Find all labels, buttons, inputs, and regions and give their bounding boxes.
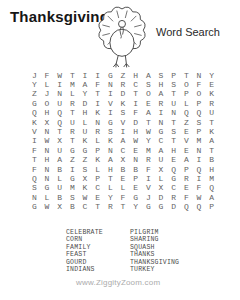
grid-cell: R xyxy=(142,156,155,165)
grid-cell: I xyxy=(53,80,66,89)
grid-cell: G xyxy=(79,146,92,155)
grid-cell: K xyxy=(205,127,218,136)
grid-cell: K xyxy=(117,99,130,108)
grid-cell: J xyxy=(28,71,41,80)
grid-cell: D xyxy=(167,203,180,212)
grid-cell: T xyxy=(205,118,218,127)
grid-cell: Y xyxy=(104,193,117,202)
grid-cell: C xyxy=(79,203,92,212)
grid-cell: Q xyxy=(193,109,206,118)
grid-cell: Z xyxy=(28,90,41,99)
grid-cell: Q xyxy=(28,109,41,118)
grid-cell: L xyxy=(91,165,104,174)
grid-cell: R xyxy=(155,99,168,108)
grid-cell: H xyxy=(205,165,218,174)
grid-cell: I xyxy=(129,99,142,108)
grid-cell: G xyxy=(129,193,142,202)
grid-cell: H xyxy=(167,146,180,155)
grid-cell: B xyxy=(205,156,218,165)
grid-cell: V xyxy=(104,99,117,108)
word-item: THANKSGIVING xyxy=(130,259,179,266)
puzzle-page: Thanksgiving Word Search xyxy=(0,0,240,300)
word-item: GOURD xyxy=(66,259,103,266)
grid-cell: G xyxy=(104,118,117,127)
word-item: THANKS xyxy=(130,251,179,258)
word-item: FAMILY xyxy=(66,244,103,251)
grid-cell: A xyxy=(142,71,155,80)
grid-cell: U xyxy=(205,109,218,118)
grid-cell: S xyxy=(79,165,92,174)
grid-cell: N xyxy=(41,127,54,136)
grid-cell: Z xyxy=(117,71,130,80)
grid-cell: M xyxy=(142,146,155,155)
grid-cell: X xyxy=(155,165,168,174)
grid-cell: S xyxy=(155,71,168,80)
grid-cell: M xyxy=(193,137,206,146)
grid-cell: N xyxy=(129,156,142,165)
grid-cell: H xyxy=(129,127,142,136)
grid-cell: N xyxy=(41,146,54,155)
grid-cell: N xyxy=(104,146,117,155)
word-item: SQUASH xyxy=(130,244,179,251)
grid-cell: F xyxy=(28,146,41,155)
grid-cell: K xyxy=(79,137,92,146)
grid-cell: K xyxy=(91,156,104,165)
grid-cell: O xyxy=(41,99,54,108)
grid-cell: H xyxy=(41,156,54,165)
grid-cell: N xyxy=(41,165,54,174)
grid-cell: P xyxy=(205,203,218,212)
grid-cell: V xyxy=(142,184,155,193)
grid-cell: C xyxy=(129,80,142,89)
grid-cell: T xyxy=(53,127,66,136)
word-item: CELEBRATE xyxy=(66,229,103,236)
grid-cell: F xyxy=(41,71,54,80)
grid-cell: E xyxy=(167,156,180,165)
grid-cell: V xyxy=(28,127,41,136)
grid-cell: N xyxy=(104,80,117,89)
word-item: SHARING xyxy=(130,236,179,243)
grid-cell: A xyxy=(79,80,92,89)
grid-cell: X xyxy=(117,156,130,165)
grid-cell: F xyxy=(117,193,130,202)
grid-cell: S xyxy=(66,193,79,202)
grid-cell: S xyxy=(167,80,180,89)
grid-cell: G xyxy=(41,184,54,193)
grid-cell: R xyxy=(91,127,104,136)
grid-cell: U xyxy=(53,99,66,108)
grid-cell: U xyxy=(53,146,66,155)
grid-cell: T xyxy=(104,174,117,183)
grid-cell: C xyxy=(117,146,130,155)
grid-cell: E xyxy=(180,146,193,155)
grid-cell: Y xyxy=(79,90,92,99)
grid-cell: Q xyxy=(180,109,193,118)
grid-cell: T xyxy=(117,203,130,212)
grid-cell: R xyxy=(66,99,79,108)
grid-cell: Q xyxy=(28,174,41,183)
grid-cell: C xyxy=(91,184,104,193)
grid-cell: L xyxy=(41,80,54,89)
grid-cell: E xyxy=(205,80,218,89)
grid-cell: W xyxy=(79,193,92,202)
grid-cell: Z xyxy=(79,156,92,165)
grid-cell: C xyxy=(167,184,180,193)
site-url: www.ZiggityZoom.com xyxy=(76,278,160,287)
grid-cell: D xyxy=(79,99,92,108)
grid-cell: I xyxy=(193,174,206,183)
grid-cell: A xyxy=(155,146,168,155)
grid-cell: A xyxy=(155,90,168,99)
grid-cell: J xyxy=(142,193,155,202)
grid-cell: E xyxy=(180,127,193,136)
grid-cell: E xyxy=(129,184,142,193)
grid-cell: K xyxy=(79,184,92,193)
grid-cell: L xyxy=(53,174,66,183)
grid-cell: X xyxy=(79,174,92,183)
grid-cell: L xyxy=(41,193,54,202)
grid-cell: X xyxy=(155,184,168,193)
grid-cell: T xyxy=(167,118,180,127)
grid-cell: L xyxy=(91,137,104,146)
grid-cell: I xyxy=(28,137,41,146)
grid-cell: K xyxy=(205,90,218,99)
grid-cell: N xyxy=(28,193,41,202)
grid-cell: T xyxy=(91,203,104,212)
grid-cell: T xyxy=(129,90,142,99)
grid-cell: F xyxy=(91,80,104,89)
word-item: FEAST xyxy=(66,251,103,258)
grid-cell: V xyxy=(117,118,130,127)
grid-cell: R xyxy=(66,127,79,136)
grid-cell: I xyxy=(104,90,117,99)
grid-cell: T xyxy=(167,90,180,99)
grid-cell: B xyxy=(66,203,79,212)
grid-cell: D xyxy=(117,90,130,99)
grid-cell: U xyxy=(79,127,92,136)
grid-cell: I xyxy=(142,174,155,183)
grid-cell: T xyxy=(167,137,180,146)
grid-cell: I xyxy=(155,109,168,118)
grid-cell: G xyxy=(66,174,79,183)
grid-cell: W xyxy=(193,193,206,202)
grid-cell: L xyxy=(104,184,117,193)
word-list-right: PILGRIMSHARINGSQUASHTHANKSTHANKSGIVINGTU… xyxy=(130,229,179,273)
grid-cell: Y xyxy=(205,71,218,80)
grid-cell: I xyxy=(91,71,104,80)
grid-cell: A xyxy=(205,193,218,202)
grid-cell: Y xyxy=(129,203,142,212)
grid-cell: G xyxy=(28,99,41,108)
grid-cell: X xyxy=(53,137,66,146)
grid-cell: W xyxy=(142,127,155,136)
grid-cell: P xyxy=(91,174,104,183)
grid-cell: Q xyxy=(180,203,193,212)
grid-cell: H xyxy=(41,109,54,118)
grid-cell: B xyxy=(117,165,130,174)
word-search-grid: JFWTIIGZHASPTNYYLIMAFNRCSHSOFEZJNLYTIDTO… xyxy=(28,71,218,212)
grid-cell: N xyxy=(91,118,104,127)
grid-cell: U xyxy=(155,156,168,165)
grid-cell: F xyxy=(193,184,206,193)
turkey-icon xyxy=(93,3,151,69)
grid-cell: M xyxy=(205,174,218,183)
grid-cell: Q xyxy=(193,203,206,212)
grid-cell: F xyxy=(129,109,142,118)
grid-cell: H xyxy=(129,71,142,80)
grid-cell: F xyxy=(28,165,41,174)
grid-cell: B xyxy=(53,193,66,202)
grid-cell: A xyxy=(180,156,193,165)
grid-cell: G xyxy=(142,203,155,212)
grid-cell: J xyxy=(41,90,54,99)
grid-cell: T xyxy=(142,118,155,127)
grid-cell: U xyxy=(53,184,66,193)
grid-cell: T xyxy=(180,71,193,80)
grid-cell: Z xyxy=(66,156,79,165)
word-item: INDIANS xyxy=(66,266,103,273)
grid-cell: U xyxy=(66,118,79,127)
grid-cell: T xyxy=(66,71,79,80)
grid-cell: Q xyxy=(205,184,218,193)
grid-cell: W xyxy=(53,71,66,80)
grid-cell: R xyxy=(104,203,117,212)
grid-cell: D xyxy=(155,193,168,202)
grid-cell: R xyxy=(205,99,218,108)
grid-cell: H xyxy=(104,165,117,174)
grid-cell: N xyxy=(155,118,168,127)
grid-cell: Y xyxy=(28,80,41,89)
grid-cell: A xyxy=(205,137,218,146)
grid-cell: P xyxy=(167,71,180,80)
grid-cell: T xyxy=(66,137,79,146)
grid-cell: K xyxy=(28,118,41,127)
grid-cell: T xyxy=(91,90,104,99)
grid-cell: I xyxy=(193,156,206,165)
grid-cell: H xyxy=(79,109,92,118)
grid-cell: I xyxy=(91,99,104,108)
grid-cell: I xyxy=(66,165,79,174)
grid-cell: B xyxy=(53,165,66,174)
grid-cell: W xyxy=(41,203,54,212)
grid-cell: G xyxy=(155,203,168,212)
grid-cell: E xyxy=(117,174,130,183)
grid-cell: N xyxy=(193,71,206,80)
grid-cell: L xyxy=(180,99,193,108)
grid-cell: M xyxy=(66,184,79,193)
grid-cell: L xyxy=(117,184,130,193)
grid-cell: S xyxy=(167,127,180,136)
grid-cell: A xyxy=(104,156,117,165)
grid-cell: N xyxy=(41,174,54,183)
grid-cell: P xyxy=(180,165,193,174)
grid-cell: K xyxy=(104,137,117,146)
grid-cell: I xyxy=(104,109,117,118)
word-item: TURKEY xyxy=(130,266,179,273)
grid-cell: D xyxy=(129,118,142,127)
grid-cell: X xyxy=(53,203,66,212)
grid-cell: G xyxy=(66,146,79,155)
grid-cell: B xyxy=(129,165,142,174)
word-item: CORN xyxy=(66,236,103,243)
grid-cell: U xyxy=(167,99,180,108)
grid-cell: O xyxy=(193,90,206,99)
grid-cell: Q xyxy=(53,118,66,127)
grid-cell: W xyxy=(41,137,54,146)
grid-cell: E xyxy=(91,193,104,202)
grid-cell: F xyxy=(142,165,155,174)
grid-cell: Q xyxy=(53,109,66,118)
grid-cell: N xyxy=(193,146,206,155)
grid-cell: P xyxy=(193,99,206,108)
grid-cell: I xyxy=(79,71,92,80)
grid-cell: Q xyxy=(167,165,180,174)
grid-cell: S xyxy=(193,118,206,127)
grid-cell: G xyxy=(167,174,180,183)
grid-cell: P xyxy=(180,90,193,99)
word-list-left: CELEBRATECORNFAMILYFEASTGOURDINDIANS xyxy=(66,229,103,273)
grid-cell: G xyxy=(28,203,41,212)
grid-cell: W xyxy=(129,137,142,146)
grid-cell: T xyxy=(28,156,41,165)
grid-cell: I xyxy=(117,127,130,136)
grid-cell: F xyxy=(193,80,206,89)
grid-cell: E xyxy=(142,99,155,108)
grid-cell: P xyxy=(193,127,206,136)
grid-cell: G xyxy=(155,127,168,136)
grid-cell: R xyxy=(180,174,193,183)
grid-cell: A xyxy=(142,109,155,118)
word-item: PILGRIM xyxy=(130,229,179,236)
grid-cell: H xyxy=(155,80,168,89)
grid-cell: P xyxy=(129,174,142,183)
puzzle-subtitle: Word Search xyxy=(156,26,220,38)
grid-cell: V xyxy=(180,137,193,146)
grid-cell: K xyxy=(91,109,104,118)
grid-cell: S xyxy=(142,80,155,89)
grid-cell: N xyxy=(167,109,180,118)
grid-cell: O xyxy=(142,90,155,99)
grid-cell: R xyxy=(167,193,180,202)
grid-cell: S xyxy=(28,184,41,193)
grid-cell: X xyxy=(41,118,54,127)
grid-cell: F xyxy=(180,193,193,202)
grid-cell: P xyxy=(91,146,104,155)
grid-cell: L xyxy=(66,90,79,99)
grid-cell: N xyxy=(53,90,66,99)
grid-cell: M xyxy=(66,80,79,89)
grid-cell: Y xyxy=(142,137,155,146)
grid-cell: R xyxy=(117,80,130,89)
grid-cell: Q xyxy=(193,165,206,174)
grid-cell: A xyxy=(117,137,130,146)
grid-cell: T xyxy=(66,109,79,118)
grid-cell: L xyxy=(155,174,168,183)
grid-cell: E xyxy=(129,146,142,155)
grid-cell: C xyxy=(155,137,168,146)
grid-cell: A xyxy=(53,156,66,165)
grid-cell: Z xyxy=(180,118,193,127)
grid-cell: S xyxy=(117,109,130,118)
grid-cell: S xyxy=(104,127,117,136)
grid-cell: T xyxy=(205,146,218,155)
grid-cell: E xyxy=(180,184,193,193)
grid-cell: G xyxy=(104,71,117,80)
grid-cell: O xyxy=(180,80,193,89)
grid-cell: L xyxy=(79,118,92,127)
